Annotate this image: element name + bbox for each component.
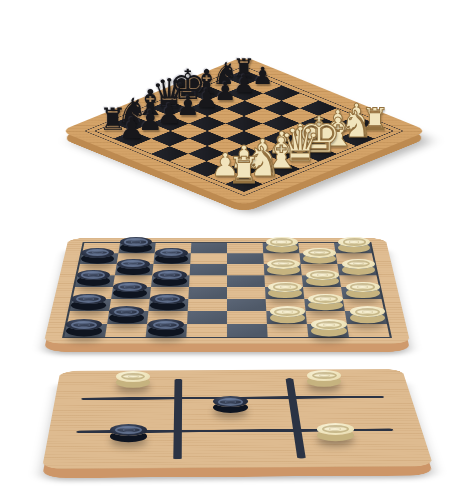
checkers-square-r7c0[interactable] — [64, 324, 107, 337]
checkers-square-r6c0[interactable] — [67, 311, 109, 324]
checkers-square-r2c7[interactable] — [337, 264, 376, 275]
checkers-square-r4c1[interactable] — [111, 287, 151, 299]
checkers-square-r7c6[interactable] — [307, 324, 349, 337]
checkers-square-r5c3[interactable] — [188, 299, 227, 311]
checkers-square-r4c6[interactable] — [303, 287, 343, 299]
checkers-square-r7c2[interactable] — [146, 324, 187, 337]
checkers-square-r3c2[interactable] — [151, 275, 190, 287]
checkers-square-r3c5[interactable] — [264, 275, 303, 287]
checkers-square-r7c4[interactable] — [227, 324, 268, 337]
checkers-square-r3c7[interactable] — [339, 275, 379, 287]
checkers-square-r7c1[interactable] — [105, 324, 147, 337]
product-photo-stage: ♜♞♝♛♚♝♞♜♟♟♟♟♟♟♟♟♟♟♟♟♟♟♟♟♜♞♝♛♚♝♞♜ — [0, 0, 451, 500]
checkers-square-r6c2[interactable] — [147, 311, 188, 324]
checkers-square-r1c0[interactable] — [80, 253, 119, 264]
ttt-board — [42, 369, 434, 469]
checkers-square-r5c0[interactable] — [70, 299, 111, 311]
checkers-square-r3c4[interactable] — [227, 275, 265, 287]
checkers-square-r0c1[interactable] — [118, 243, 155, 254]
checkers-square-r4c0[interactable] — [72, 287, 113, 299]
checkers-square-r5c4[interactable] — [227, 299, 266, 311]
ttt-grid-line-vertical-right — [286, 378, 306, 458]
checkers-square-r0c6[interactable] — [298, 243, 335, 254]
checkers-square-r6c3[interactable] — [187, 311, 227, 324]
checkers-square-r6c4[interactable] — [227, 311, 267, 324]
ttt-grid-line-horizontal-top — [82, 396, 385, 400]
checkers-square-r2c0[interactable] — [77, 264, 116, 275]
checkers-square-r1c3[interactable] — [190, 253, 227, 264]
checkers-square-r0c5[interactable] — [263, 243, 300, 254]
checkers-square-r5c5[interactable] — [266, 299, 306, 311]
checkers-square-r6c5[interactable] — [266, 311, 307, 324]
checkers-square-r6c7[interactable] — [345, 311, 387, 324]
checkers-square-r4c2[interactable] — [150, 287, 189, 299]
checkers-square-r5c7[interactable] — [343, 299, 384, 311]
checkers-square-r3c6[interactable] — [302, 275, 341, 287]
checkers-square-r2c6[interactable] — [301, 264, 340, 275]
checkers-squares-grid — [62, 242, 392, 338]
checkers-square-r0c2[interactable] — [155, 243, 192, 254]
checkers-square-r0c7[interactable] — [334, 243, 372, 254]
checkers-square-r7c7[interactable] — [347, 324, 390, 337]
checkers-square-r3c1[interactable] — [113, 275, 152, 287]
checkers-square-r2c2[interactable] — [152, 264, 190, 275]
ttt-grid-line-horizontal-bottom — [77, 428, 394, 433]
checkers-square-r1c2[interactable] — [153, 253, 190, 264]
checkers-square-r2c5[interactable] — [264, 264, 302, 275]
checkers-square-r2c3[interactable] — [190, 264, 227, 275]
checkers-square-r6c1[interactable] — [107, 311, 148, 324]
checkers-square-r3c3[interactable] — [189, 275, 227, 287]
checkers-square-r1c1[interactable] — [117, 253, 155, 264]
checkers-square-r2c4[interactable] — [227, 264, 264, 275]
ttt-grid-line-vertical-left — [174, 379, 183, 459]
checkers-square-r6c6[interactable] — [306, 311, 347, 324]
checkers-square-r7c3[interactable] — [186, 324, 227, 337]
checkers-square-r1c4[interactable] — [227, 253, 264, 264]
checkers-square-r5c2[interactable] — [148, 299, 188, 311]
checkers-square-r0c4[interactable] — [227, 243, 263, 254]
checkers-square-r4c5[interactable] — [265, 287, 304, 299]
checkers-square-r0c3[interactable] — [191, 243, 227, 254]
checkers-square-r4c3[interactable] — [188, 287, 227, 299]
checkers-square-r4c4[interactable] — [227, 287, 266, 299]
checkers-square-r1c5[interactable] — [263, 253, 300, 264]
checkers-board — [44, 238, 411, 344]
chess-board — [60, 56, 428, 206]
checkers-square-r1c7[interactable] — [336, 253, 375, 264]
checkers-square-r5c1[interactable] — [109, 299, 150, 311]
checkers-square-r2c1[interactable] — [115, 264, 154, 275]
checkers-square-r1c6[interactable] — [299, 253, 337, 264]
checkers-square-r5c6[interactable] — [304, 299, 345, 311]
checkers-square-r3c0[interactable] — [75, 275, 115, 287]
checkers-square-r4c7[interactable] — [341, 287, 382, 299]
checkers-square-r7c5[interactable] — [267, 324, 308, 337]
chess-squares-grid — [94, 70, 394, 192]
checkers-square-r0c0[interactable] — [82, 243, 120, 254]
